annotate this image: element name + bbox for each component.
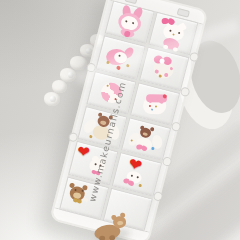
lid-clasp bbox=[177, 8, 190, 18]
loose-tan-bear-charm bbox=[92, 213, 135, 240]
product-photo: ❤ ❤ bbox=[0, 0, 240, 240]
red-heart: ❤ bbox=[76, 144, 90, 160]
